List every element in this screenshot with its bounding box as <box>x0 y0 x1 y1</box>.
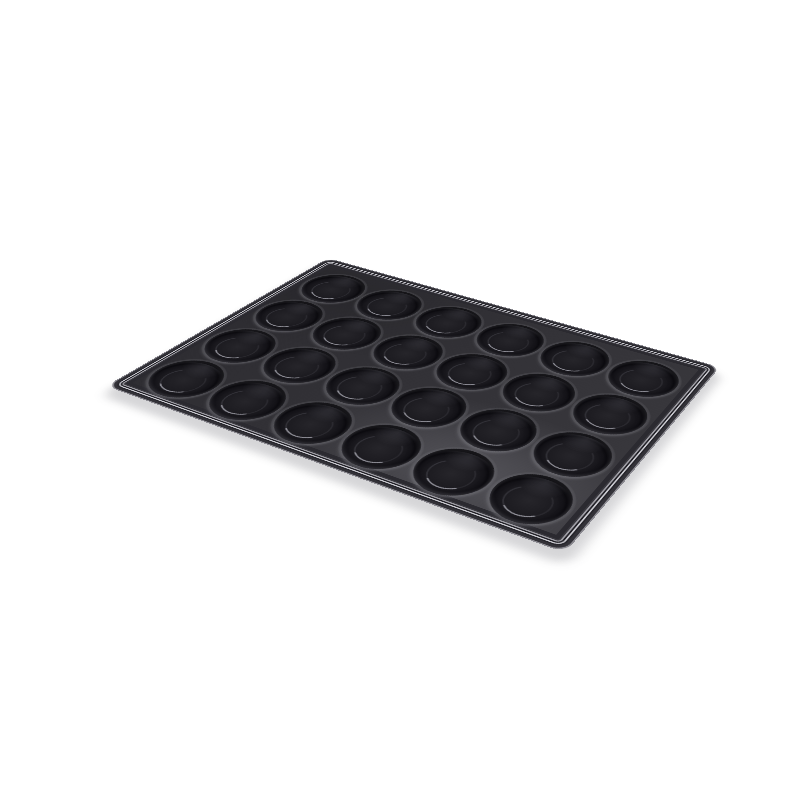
stage <box>0 0 800 800</box>
